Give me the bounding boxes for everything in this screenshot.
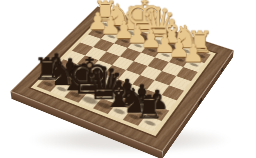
hinge-icon bbox=[198, 97, 202, 106]
white-pawn: ♟ bbox=[166, 41, 222, 66]
chess-set-photo: ♜♞♝♚♛♝♞♜♟♟♟♟♟♟♟♟♟♟♟♟♟♟♟♟♜♞♝♚♛♝♞♜ bbox=[0, 0, 256, 158]
clasp-icon bbox=[221, 67, 224, 73]
black-rook: ♜ bbox=[119, 91, 180, 124]
